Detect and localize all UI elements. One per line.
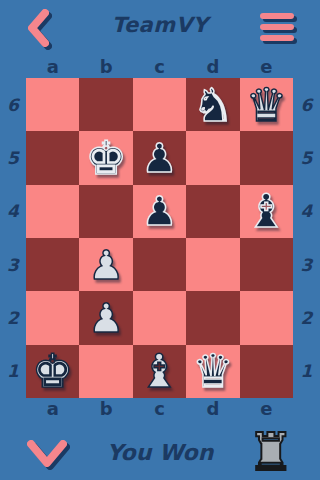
- square-d6[interactable]: ♞: [186, 78, 239, 131]
- file-label-c: c: [133, 398, 186, 422]
- rank-label-3: 3: [293, 238, 320, 291]
- rank-label-3: 3: [0, 238, 26, 291]
- square-e2[interactable]: [240, 291, 293, 344]
- rank-label-4: 4: [0, 185, 26, 238]
- rank-labels-right: 654321: [293, 78, 320, 398]
- file-label-b: b: [79, 398, 132, 422]
- square-d2[interactable]: [186, 291, 239, 344]
- hamburger-icon: [260, 35, 294, 41]
- square-c2[interactable]: [133, 291, 186, 344]
- rank-label-4: 4: [293, 185, 320, 238]
- square-c5[interactable]: ♟: [133, 131, 186, 184]
- black-pawn-c5[interactable]: ♟: [142, 138, 178, 178]
- file-label-a: a: [26, 56, 79, 78]
- square-d1[interactable]: ♛: [186, 345, 239, 398]
- square-d3[interactable]: [186, 238, 239, 291]
- square-b2[interactable]: ♟: [79, 291, 132, 344]
- square-e3[interactable]: [240, 238, 293, 291]
- white-pawn-b3[interactable]: ♟: [88, 245, 124, 285]
- square-a5[interactable]: [26, 131, 79, 184]
- square-c3[interactable]: [133, 238, 186, 291]
- file-label-e: e: [240, 398, 293, 422]
- rank-label-2: 2: [293, 291, 320, 344]
- square-c6[interactable]: [133, 78, 186, 131]
- app-screen: TeamVY abcde 654321 654321 abcde ♞♛♚♟♟♝♟…: [0, 0, 320, 480]
- square-d5[interactable]: [186, 131, 239, 184]
- confirm-button[interactable]: [24, 436, 70, 472]
- file-labels-top: abcde: [26, 56, 293, 78]
- menu-button[interactable]: [260, 13, 294, 41]
- square-e1[interactable]: [240, 345, 293, 398]
- black-bishop-e4[interactable]: ♝: [246, 188, 287, 234]
- square-a2[interactable]: [26, 291, 79, 344]
- file-label-d: d: [186, 56, 239, 78]
- square-e5[interactable]: [240, 131, 293, 184]
- rank-label-1: 1: [0, 345, 26, 398]
- square-b3[interactable]: ♟: [79, 238, 132, 291]
- file-label-a: a: [26, 398, 79, 422]
- black-pawn-c4[interactable]: ♟: [142, 191, 178, 231]
- file-labels-bottom: abcde: [26, 398, 293, 422]
- rook-icon[interactable]: ♜: [247, 426, 294, 478]
- white-queen-e6[interactable]: ♛: [246, 82, 287, 128]
- hamburger-icon: [260, 24, 294, 30]
- chevron-down-icon: [24, 436, 70, 472]
- board: ♞♛♚♟♟♝♟♟♚♝♛: [26, 78, 293, 398]
- file-label-e: e: [240, 56, 293, 78]
- rank-label-5: 5: [0, 131, 26, 184]
- square-b4[interactable]: [79, 185, 132, 238]
- rank-label-6: 6: [293, 78, 320, 131]
- rank-label-1: 1: [293, 345, 320, 398]
- white-bishop-c1[interactable]: ♝: [139, 348, 180, 394]
- square-e6[interactable]: ♛: [240, 78, 293, 131]
- black-knight-d6[interactable]: ♞: [192, 82, 233, 128]
- square-b6[interactable]: [79, 78, 132, 131]
- square-a3[interactable]: [26, 238, 79, 291]
- square-e4[interactable]: ♝: [240, 185, 293, 238]
- rank-label-2: 2: [0, 291, 26, 344]
- file-label-d: d: [186, 398, 239, 422]
- square-a1[interactable]: ♚: [26, 345, 79, 398]
- rank-label-5: 5: [293, 131, 320, 184]
- white-pawn-b2[interactable]: ♟: [88, 298, 124, 338]
- black-queen-d1[interactable]: ♛: [192, 348, 233, 394]
- hamburger-icon: [260, 13, 294, 19]
- square-c4[interactable]: ♟: [133, 185, 186, 238]
- white-king-a1[interactable]: ♚: [32, 348, 73, 394]
- square-d4[interactable]: [186, 185, 239, 238]
- file-label-b: b: [79, 56, 132, 78]
- square-b5[interactable]: ♚: [79, 131, 132, 184]
- file-label-c: c: [133, 56, 186, 78]
- square-b1[interactable]: [79, 345, 132, 398]
- square-a6[interactable]: [26, 78, 79, 131]
- rank-labels-left: 654321: [0, 78, 26, 398]
- black-king-b5[interactable]: ♚: [85, 135, 126, 181]
- rank-label-6: 6: [0, 78, 26, 131]
- square-a4[interactable]: [26, 185, 79, 238]
- square-c1[interactable]: ♝: [133, 345, 186, 398]
